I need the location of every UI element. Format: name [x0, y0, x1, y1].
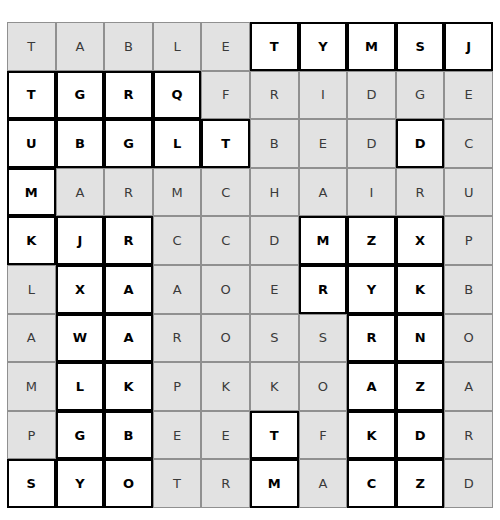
cell-r8-c4[interactable]: P: [153, 362, 202, 411]
cell-r5-c9[interactable]: X: [396, 216, 445, 265]
cell-r6-c1[interactable]: L: [7, 265, 56, 314]
cell-r10-c5[interactable]: R: [201, 459, 250, 508]
cell-r3-c2[interactable]: B: [56, 119, 105, 168]
cell-r10-c3[interactable]: O: [104, 459, 153, 508]
cell-r5-c10[interactable]: P: [444, 216, 493, 265]
cell-r7-c6[interactable]: S: [250, 314, 299, 363]
cell-r3-c4[interactable]: L: [153, 119, 202, 168]
cell-r8-c2[interactable]: L: [56, 362, 105, 411]
cell-r1-c5[interactable]: E: [201, 22, 250, 71]
cell-r9-c6[interactable]: T: [250, 411, 299, 460]
cell-r3-c5[interactable]: T: [201, 119, 250, 168]
cell-r3-c1[interactable]: U: [7, 119, 56, 168]
cell-r8-c9[interactable]: Z: [396, 362, 445, 411]
cell-r6-c6[interactable]: E: [250, 265, 299, 314]
cell-r10-c8[interactable]: C: [347, 459, 396, 508]
cell-r3-c7[interactable]: E: [299, 119, 348, 168]
cell-r10-c6[interactable]: M: [250, 459, 299, 508]
cell-r5-c8[interactable]: Z: [347, 216, 396, 265]
cell-r1-c10[interactable]: J: [444, 22, 493, 71]
cell-r1-c8[interactable]: M: [347, 22, 396, 71]
cell-r6-c9[interactable]: K: [396, 265, 445, 314]
cell-r7-c3[interactable]: A: [104, 314, 153, 363]
cell-r1-c6[interactable]: T: [250, 22, 299, 71]
cell-r5-c7[interactable]: M: [299, 216, 348, 265]
cell-r1-c9[interactable]: S: [396, 22, 445, 71]
cell-r2-c1[interactable]: T: [7, 71, 56, 120]
cell-r4-c1[interactable]: M: [7, 168, 56, 217]
cell-r4-c9[interactable]: R: [396, 168, 445, 217]
cell-r4-c10[interactable]: U: [444, 168, 493, 217]
cell-r2-c5[interactable]: F: [201, 71, 250, 120]
cell-r2-c10[interactable]: E: [444, 71, 493, 120]
cell-r3-c6[interactable]: B: [250, 119, 299, 168]
cell-r2-c8[interactable]: D: [347, 71, 396, 120]
cell-r6-c2[interactable]: X: [56, 265, 105, 314]
cell-r7-c1[interactable]: A: [7, 314, 56, 363]
cell-r3-c3[interactable]: G: [104, 119, 153, 168]
cell-r5-c3[interactable]: R: [104, 216, 153, 265]
cell-r4-c2[interactable]: A: [56, 168, 105, 217]
cell-r5-c2[interactable]: J: [56, 216, 105, 265]
cell-r6-c4[interactable]: A: [153, 265, 202, 314]
cell-r7-c9[interactable]: N: [396, 314, 445, 363]
cell-r6-c3[interactable]: A: [104, 265, 153, 314]
cell-r7-c10[interactable]: O: [444, 314, 493, 363]
cell-r6-c8[interactable]: Y: [347, 265, 396, 314]
cell-r2-c9[interactable]: G: [396, 71, 445, 120]
cell-r2-c3[interactable]: R: [104, 71, 153, 120]
cell-r10-c9[interactable]: Z: [396, 459, 445, 508]
cell-r8-c3[interactable]: K: [104, 362, 153, 411]
word-search-page: TABLETYMSJTGRQFRIDGEUBGLTBEDDCMARMCHAIRU…: [0, 0, 500, 520]
cell-r1-c7[interactable]: Y: [299, 22, 348, 71]
cell-r7-c8[interactable]: R: [347, 314, 396, 363]
cell-r10-c7[interactable]: A: [299, 459, 348, 508]
cell-r10-c10[interactable]: D: [444, 459, 493, 508]
cell-r9-c10[interactable]: R: [444, 411, 493, 460]
cell-r1-c3[interactable]: B: [104, 22, 153, 71]
cell-r8-c8[interactable]: A: [347, 362, 396, 411]
cell-r7-c2[interactable]: W: [56, 314, 105, 363]
cell-r9-c2[interactable]: G: [56, 411, 105, 460]
cell-r5-c5[interactable]: C: [201, 216, 250, 265]
cell-r9-c7[interactable]: F: [299, 411, 348, 460]
cell-r3-c10[interactable]: C: [444, 119, 493, 168]
cell-r6-c10[interactable]: B: [444, 265, 493, 314]
cell-r5-c4[interactable]: C: [153, 216, 202, 265]
cell-r2-c4[interactable]: Q: [153, 71, 202, 120]
cell-r3-c8[interactable]: D: [347, 119, 396, 168]
cell-r5-c1[interactable]: K: [7, 216, 56, 265]
cell-r4-c6[interactable]: H: [250, 168, 299, 217]
cell-r10-c1[interactable]: S: [7, 459, 56, 508]
cell-r4-c5[interactable]: C: [201, 168, 250, 217]
cell-r10-c4[interactable]: T: [153, 459, 202, 508]
cell-r6-c7[interactable]: R: [299, 265, 348, 314]
cell-r5-c6[interactable]: D: [250, 216, 299, 265]
cell-r10-c2[interactable]: Y: [56, 459, 105, 508]
cell-r9-c4[interactable]: E: [153, 411, 202, 460]
cell-r8-c7[interactable]: O: [299, 362, 348, 411]
cell-r9-c1[interactable]: P: [7, 411, 56, 460]
cell-r9-c8[interactable]: K: [347, 411, 396, 460]
cell-r1-c1[interactable]: T: [7, 22, 56, 71]
cell-r3-c9[interactable]: D: [396, 119, 445, 168]
cell-r9-c9[interactable]: D: [396, 411, 445, 460]
cell-r4-c3[interactable]: R: [104, 168, 153, 217]
cell-r4-c8[interactable]: I: [347, 168, 396, 217]
cell-r1-c4[interactable]: L: [153, 22, 202, 71]
word-search-grid: TABLETYMSJTGRQFRIDGEUBGLTBEDDCMARMCHAIRU…: [7, 22, 493, 508]
cell-r6-c5[interactable]: O: [201, 265, 250, 314]
cell-r9-c5[interactable]: E: [201, 411, 250, 460]
cell-r2-c2[interactable]: G: [56, 71, 105, 120]
cell-r7-c5[interactable]: O: [201, 314, 250, 363]
cell-r2-c6[interactable]: R: [250, 71, 299, 120]
cell-r9-c3[interactable]: B: [104, 411, 153, 460]
cell-r2-c7[interactable]: I: [299, 71, 348, 120]
cell-r4-c4[interactable]: M: [153, 168, 202, 217]
cell-r4-c7[interactable]: A: [299, 168, 348, 217]
cell-r8-c10[interactable]: A: [444, 362, 493, 411]
cell-r8-c6[interactable]: K: [250, 362, 299, 411]
cell-r1-c2[interactable]: A: [56, 22, 105, 71]
cell-r8-c5[interactable]: K: [201, 362, 250, 411]
cell-r7-c4[interactable]: R: [153, 314, 202, 363]
cell-r8-c1[interactable]: M: [7, 362, 56, 411]
cell-r7-c7[interactable]: S: [299, 314, 348, 363]
